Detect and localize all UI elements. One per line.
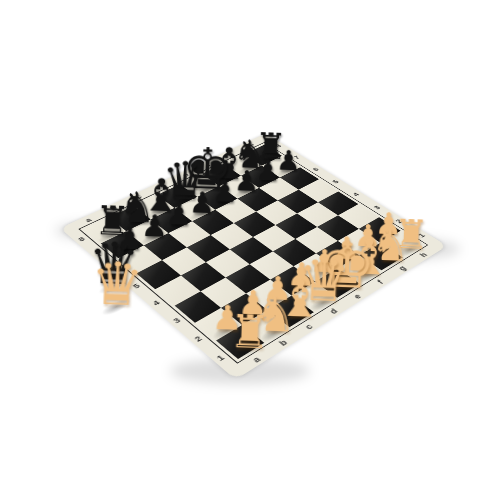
black-pawn-c7[interactable]: ♟ <box>165 199 193 230</box>
white-rook-a1[interactable]: ♜ <box>228 308 271 355</box>
chess-board: abcdefgh abcdefgh 12345678 12345678 ♜♞♝♛… <box>60 133 447 379</box>
black-pawn-d7[interactable]: ♟ <box>189 188 216 218</box>
white-queen-offboard[interactable]: ♛ <box>90 254 145 315</box>
perspective-wrapper: abcdefgh abcdefgh 12345678 12345678 ♜♞♝♛… <box>0 0 480 480</box>
black-pawn-b7[interactable]: ♟ <box>141 211 169 242</box>
table-background: abcdefgh abcdefgh 12345678 12345678 ♜♞♝♛… <box>0 0 480 480</box>
